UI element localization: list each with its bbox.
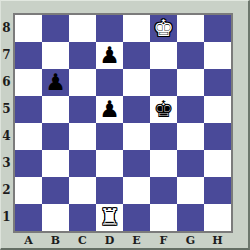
square-a5[interactable]	[15, 96, 42, 123]
square-a1[interactable]	[15, 204, 42, 231]
square-b6[interactable]: ♟	[42, 69, 69, 96]
square-c1[interactable]	[69, 204, 96, 231]
square-a2[interactable]	[15, 177, 42, 204]
square-h5[interactable]	[204, 96, 231, 123]
rank-label-2: 2	[0, 177, 13, 204]
square-e3[interactable]	[123, 150, 150, 177]
square-b1[interactable]	[42, 204, 69, 231]
file-label-g: G	[177, 233, 204, 248]
square-g7[interactable]	[177, 42, 204, 69]
square-g5[interactable]	[177, 96, 204, 123]
square-h6[interactable]	[204, 69, 231, 96]
square-b3[interactable]	[42, 150, 69, 177]
square-f8[interactable]: ♚	[150, 15, 177, 42]
file-label-e: E	[123, 233, 150, 248]
square-h4[interactable]	[204, 123, 231, 150]
square-h8[interactable]	[204, 15, 231, 42]
square-b8[interactable]	[42, 15, 69, 42]
square-g4[interactable]	[177, 123, 204, 150]
square-g6[interactable]	[177, 69, 204, 96]
rank-label-1: 1	[0, 204, 13, 231]
square-h2[interactable]	[204, 177, 231, 204]
square-f3[interactable]	[150, 150, 177, 177]
square-e4[interactable]	[123, 123, 150, 150]
square-h7[interactable]	[204, 42, 231, 69]
square-c2[interactable]	[69, 177, 96, 204]
square-e2[interactable]	[123, 177, 150, 204]
square-h1[interactable]	[204, 204, 231, 231]
black-pawn-piece[interactable]: ♟	[42, 69, 69, 96]
square-b5[interactable]	[42, 96, 69, 123]
square-c3[interactable]	[69, 150, 96, 177]
file-label-a: A	[15, 233, 42, 248]
square-d2[interactable]	[96, 177, 123, 204]
square-c8[interactable]	[69, 15, 96, 42]
square-c6[interactable]	[69, 69, 96, 96]
square-f7[interactable]	[150, 42, 177, 69]
black-pawn-piece[interactable]: ♟	[96, 42, 123, 69]
square-a8[interactable]	[15, 15, 42, 42]
white-rook-piece[interactable]: ♜	[96, 204, 123, 231]
square-d3[interactable]	[96, 150, 123, 177]
file-label-d: D	[96, 233, 123, 248]
square-b2[interactable]	[42, 177, 69, 204]
square-f2[interactable]	[150, 177, 177, 204]
black-pawn-piece[interactable]: ♟	[96, 96, 123, 123]
square-c4[interactable]	[69, 123, 96, 150]
file-label-f: F	[150, 233, 177, 248]
square-g1[interactable]	[177, 204, 204, 231]
square-g3[interactable]	[177, 150, 204, 177]
square-d7[interactable]: ♟	[96, 42, 123, 69]
square-a3[interactable]	[15, 150, 42, 177]
square-f6[interactable]	[150, 69, 177, 96]
square-g2[interactable]	[177, 177, 204, 204]
file-labels: ABCDEFGH	[15, 233, 231, 248]
square-d4[interactable]	[96, 123, 123, 150]
white-king-piece[interactable]: ♚	[150, 15, 177, 42]
square-c7[interactable]	[69, 42, 96, 69]
rank-labels: 87654321	[0, 15, 13, 231]
black-king-piece[interactable]: ♚	[150, 96, 177, 123]
rank-label-7: 7	[0, 42, 13, 69]
square-a7[interactable]	[15, 42, 42, 69]
rank-label-8: 8	[0, 15, 13, 42]
square-c5[interactable]	[69, 96, 96, 123]
square-d6[interactable]	[96, 69, 123, 96]
square-f1[interactable]	[150, 204, 177, 231]
file-label-h: H	[204, 233, 231, 248]
square-b7[interactable]	[42, 42, 69, 69]
square-d1[interactable]: ♜	[96, 204, 123, 231]
square-f4[interactable]	[150, 123, 177, 150]
rank-label-5: 5	[0, 96, 13, 123]
square-b4[interactable]	[42, 123, 69, 150]
rank-label-3: 3	[0, 150, 13, 177]
rank-label-4: 4	[0, 123, 13, 150]
square-a4[interactable]	[15, 123, 42, 150]
square-g8[interactable]	[177, 15, 204, 42]
square-f5[interactable]: ♚	[150, 96, 177, 123]
square-d8[interactable]	[96, 15, 123, 42]
square-e1[interactable]	[123, 204, 150, 231]
file-label-b: B	[42, 233, 69, 248]
square-d5[interactable]: ♟	[96, 96, 123, 123]
square-e6[interactable]	[123, 69, 150, 96]
square-e7[interactable]	[123, 42, 150, 69]
rank-label-6: 6	[0, 69, 13, 96]
chess-board: ♚♟♟♟♚♜	[13, 13, 233, 233]
board-grid: ♚♟♟♟♚♜	[15, 15, 231, 231]
square-a6[interactable]	[15, 69, 42, 96]
square-e8[interactable]	[123, 15, 150, 42]
square-e5[interactable]	[123, 96, 150, 123]
file-label-c: C	[69, 233, 96, 248]
square-h3[interactable]	[204, 150, 231, 177]
